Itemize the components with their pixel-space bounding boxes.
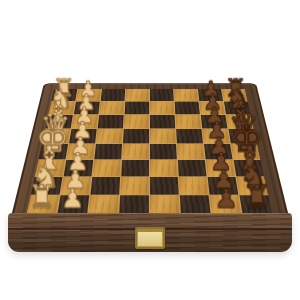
square-g7 [208, 177, 239, 195]
square-g3 [90, 177, 120, 195]
square-g6 [179, 177, 209, 195]
square-h4 [119, 195, 149, 214]
square-c6 [175, 115, 201, 129]
square-d2 [69, 129, 97, 143]
square-a3 [101, 89, 125, 101]
square-e7 [204, 144, 233, 159]
square-c2 [72, 115, 99, 129]
board-grid [27, 89, 273, 214]
chess-board: ♜♟♟♜♞♟♟♞♝♟♟♝♛♟♟♛♚♟♟♚♝♟♟♝♞♟♟♞♜♟♟♜ [9, 83, 291, 225]
square-c1 [45, 115, 72, 129]
square-d6 [176, 129, 203, 143]
square-h6 [180, 195, 211, 214]
square-g2 [61, 177, 92, 195]
box-front [8, 213, 292, 252]
square-b5 [150, 102, 174, 115]
square-b1 [49, 102, 76, 115]
square-g5 [150, 177, 179, 195]
square-d4 [123, 129, 149, 143]
square-h7 [210, 195, 242, 214]
square-a2 [76, 89, 101, 101]
square-f1 [35, 160, 65, 176]
square-a1 [51, 89, 77, 101]
square-b4 [125, 102, 149, 115]
square-d8 [229, 129, 257, 143]
square-g4 [120, 177, 149, 195]
square-c3 [98, 115, 124, 129]
square-f3 [92, 160, 121, 176]
square-e8 [231, 144, 260, 159]
square-f7 [206, 160, 236, 176]
square-a6 [174, 89, 198, 101]
square-e2 [66, 144, 95, 159]
square-e3 [94, 144, 122, 159]
square-h5 [150, 195, 180, 214]
square-g8 [236, 177, 268, 195]
square-g1 [31, 177, 63, 195]
square-d7 [202, 129, 230, 143]
chess-box-photo: ♜♟♟♜♞♟♟♞♝♟♟♝♛♟♟♛♚♟♟♚♝♟♟♝♞♟♟♞♜♟♟♜ [0, 0, 300, 300]
brass-latch-icon [135, 227, 165, 249]
square-b7 [199, 102, 225, 115]
square-d1 [42, 129, 70, 143]
square-f6 [178, 160, 207, 176]
square-e6 [177, 144, 205, 159]
square-b8 [224, 102, 251, 115]
square-c7 [201, 115, 228, 129]
square-f5 [150, 160, 178, 176]
square-f2 [64, 160, 94, 176]
square-a4 [125, 89, 149, 101]
square-b2 [74, 102, 100, 115]
square-f8 [234, 160, 264, 176]
square-a5 [150, 89, 174, 101]
square-b6 [175, 102, 200, 115]
square-d3 [96, 129, 123, 143]
square-c8 [226, 115, 253, 129]
square-h8 [239, 195, 272, 214]
square-h1 [27, 195, 60, 214]
square-a7 [198, 89, 223, 101]
square-a8 [222, 89, 248, 101]
square-d5 [150, 129, 176, 143]
board-scene: ♜♟♟♜♞♟♟♞♝♟♟♝♛♟♟♛♚♟♟♚♝♟♟♝♞♟♟♞♜♟♟♜ [0, 0, 300, 300]
square-e5 [150, 144, 177, 159]
square-f4 [121, 160, 149, 176]
square-e4 [122, 144, 149, 159]
square-b3 [99, 102, 124, 115]
square-h3 [88, 195, 119, 214]
square-h2 [57, 195, 89, 214]
square-e1 [39, 144, 68, 159]
square-c4 [124, 115, 149, 129]
square-c5 [150, 115, 175, 129]
